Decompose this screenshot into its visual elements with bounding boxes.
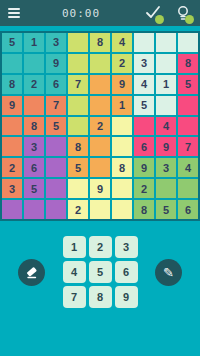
cell-r4c8[interactable]	[156, 96, 176, 115]
cell-r9c2[interactable]	[24, 200, 44, 219]
cell-r7c3[interactable]	[46, 158, 66, 177]
cell-r3c3[interactable]: 6	[46, 75, 66, 94]
cell-r1c5[interactable]: 8	[90, 33, 110, 52]
hint-count-badge	[185, 15, 194, 24]
cell-r1c6[interactable]: 4	[112, 33, 132, 52]
cell-r3c5[interactable]	[90, 75, 110, 94]
cell-r8c1[interactable]: 3	[2, 179, 22, 198]
cell-r7c5[interactable]	[90, 158, 110, 177]
cell-r2c5[interactable]	[90, 54, 110, 73]
cell-r1c9[interactable]	[178, 33, 198, 52]
pencil-button[interactable]: ✎	[155, 259, 182, 286]
cell-r9c4[interactable]: 2	[68, 200, 88, 219]
eraser-button[interactable]	[18, 259, 45, 286]
cell-r1c7[interactable]	[134, 33, 154, 52]
cell-r6c6[interactable]	[112, 137, 132, 156]
cell-r2c4[interactable]	[68, 54, 88, 73]
cell-r5c3[interactable]: 5	[46, 117, 66, 136]
game-timer: 00:00	[20, 7, 142, 20]
cell-r7c8[interactable]: 3	[156, 158, 176, 177]
numpad-key-1[interactable]: 1	[63, 236, 86, 258]
cell-r4c4[interactable]	[68, 96, 88, 115]
number-pad: 123456789	[63, 236, 138, 308]
cell-r9c9[interactable]: 6	[178, 200, 198, 219]
cell-r5c9[interactable]	[178, 117, 198, 136]
cell-r6c9[interactable]: 7	[178, 137, 198, 156]
hint-bulb-icon[interactable]	[174, 4, 192, 22]
cell-r4c1[interactable]: 9	[2, 96, 22, 115]
cell-r8c7[interactable]: 2	[134, 179, 154, 198]
cell-r6c7[interactable]: 6	[134, 137, 154, 156]
bottom-controls: 123456789 ✎	[0, 236, 200, 308]
cell-r3c8[interactable]: 1	[156, 75, 176, 94]
cell-r4c3[interactable]: 7	[46, 96, 66, 115]
cell-r4c2[interactable]	[24, 96, 44, 115]
cell-r2c6[interactable]: 2	[112, 54, 132, 73]
cell-r5c5[interactable]: 2	[90, 117, 110, 136]
numpad-key-4[interactable]: 4	[63, 261, 86, 283]
numpad-key-5[interactable]: 5	[89, 261, 112, 283]
cell-r5c7[interactable]	[134, 117, 154, 136]
cell-r8c5[interactable]: 9	[90, 179, 110, 198]
cell-r2c1[interactable]	[2, 54, 22, 73]
cell-r6c2[interactable]: 3	[24, 137, 44, 156]
cell-r6c5[interactable]	[90, 137, 110, 156]
cell-r7c6[interactable]: 8	[112, 158, 132, 177]
cell-r5c1[interactable]	[2, 117, 22, 136]
cell-r2c2[interactable]	[24, 54, 44, 73]
cell-r9c3[interactable]	[46, 200, 66, 219]
eraser-icon	[24, 265, 39, 280]
cell-r7c1[interactable]: 2	[2, 158, 22, 177]
cell-r5c6[interactable]	[112, 117, 132, 136]
sudoku-board: 5138492388267941597158524386972658934359…	[0, 31, 200, 221]
cell-r8c9[interactable]	[178, 179, 198, 198]
cell-r6c8[interactable]: 9	[156, 137, 176, 156]
menu-icon[interactable]	[8, 8, 20, 18]
cell-r1c4[interactable]	[68, 33, 88, 52]
cell-r1c1[interactable]: 5	[2, 33, 22, 52]
check-icon[interactable]	[144, 4, 162, 22]
cell-r6c4[interactable]: 8	[68, 137, 88, 156]
cell-r5c8[interactable]: 4	[156, 117, 176, 136]
cell-r7c7[interactable]: 9	[134, 158, 154, 177]
board-area: 5138492388267941597158524386972658934359…	[0, 31, 200, 221]
cell-r1c3[interactable]: 3	[46, 33, 66, 52]
cell-r3c6[interactable]: 9	[112, 75, 132, 94]
cell-r4c6[interactable]: 1	[112, 96, 132, 115]
cell-r8c2[interactable]: 5	[24, 179, 44, 198]
cell-r4c5[interactable]	[90, 96, 110, 115]
numpad-key-6[interactable]: 6	[115, 261, 138, 283]
cell-r5c2[interactable]: 8	[24, 117, 44, 136]
cell-r8c6[interactable]	[112, 179, 132, 198]
cell-r7c9[interactable]: 4	[178, 158, 198, 177]
cell-r8c3[interactable]	[46, 179, 66, 198]
numpad-key-3[interactable]: 3	[115, 236, 138, 258]
cell-r1c2[interactable]: 1	[24, 33, 44, 52]
cell-r6c3[interactable]	[46, 137, 66, 156]
check-count-badge	[155, 15, 164, 24]
cell-r8c8[interactable]	[156, 179, 176, 198]
cell-r2c3[interactable]: 9	[46, 54, 66, 73]
cell-r2c7[interactable]: 3	[134, 54, 154, 73]
cell-r6c1[interactable]	[2, 137, 22, 156]
cell-r9c8[interactable]: 5	[156, 200, 176, 219]
cell-r8c4[interactable]	[68, 179, 88, 198]
numpad-key-8[interactable]: 8	[89, 286, 112, 308]
cell-r3c1[interactable]: 8	[2, 75, 22, 94]
cell-r4c9[interactable]	[178, 96, 198, 115]
cell-r9c6[interactable]	[112, 200, 132, 219]
cell-r9c5[interactable]	[90, 200, 110, 219]
cell-r1c8[interactable]	[156, 33, 176, 52]
top-bar: 00:00	[0, 0, 200, 26]
cell-r7c2[interactable]: 6	[24, 158, 44, 177]
numpad-key-7[interactable]: 7	[63, 286, 86, 308]
cell-r2c9[interactable]: 8	[178, 54, 198, 73]
cell-r3c9[interactable]: 5	[178, 75, 198, 94]
cell-r2c8[interactable]	[156, 54, 176, 73]
cell-r4c7[interactable]: 5	[134, 96, 154, 115]
numpad-key-2[interactable]: 2	[89, 236, 112, 258]
pencil-icon: ✎	[163, 266, 174, 279]
cell-r9c1[interactable]	[2, 200, 22, 219]
numpad-key-9[interactable]: 9	[115, 286, 138, 308]
cell-r3c7[interactable]: 4	[134, 75, 154, 94]
cell-r3c2[interactable]: 2	[24, 75, 44, 94]
top-bar-actions	[144, 4, 192, 22]
cell-r9c7[interactable]: 8	[134, 200, 154, 219]
cell-r3c4[interactable]: 7	[68, 75, 88, 94]
cell-r5c4[interactable]	[68, 117, 88, 136]
cell-r7c4[interactable]: 5	[68, 158, 88, 177]
